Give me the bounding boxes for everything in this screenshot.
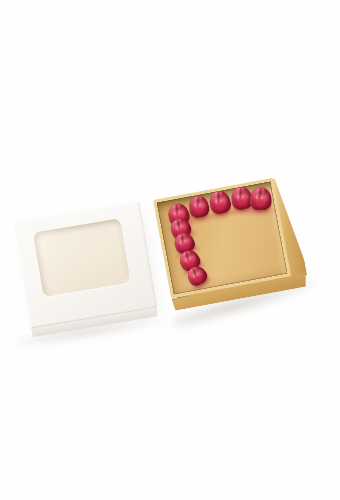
chocolate-5 — [249, 186, 272, 210]
box-tray — [153, 178, 291, 299]
photo-canvas — [0, 0, 340, 500]
red-foil-wrap — [249, 186, 272, 210]
box-lid — [13, 201, 157, 329]
chocolate-2 — [188, 195, 211, 219]
